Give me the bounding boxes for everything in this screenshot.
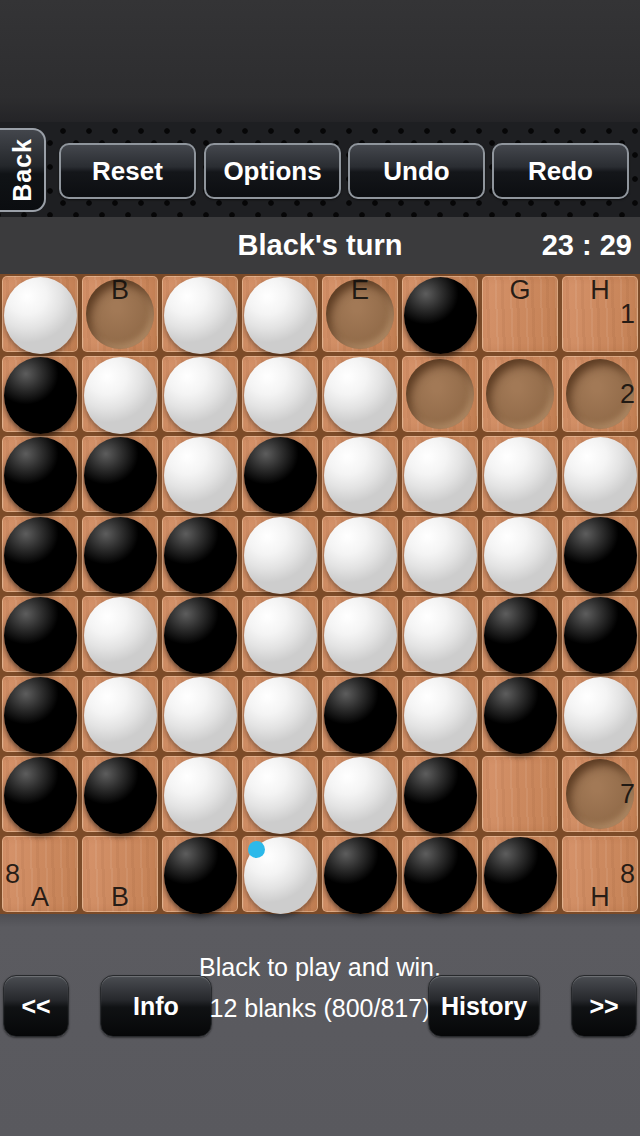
cell-H5[interactable]: 5: [562, 596, 638, 672]
black-disc: [404, 757, 477, 834]
cell-H2[interactable]: 2: [562, 356, 638, 432]
cell-H4[interactable]: 4: [562, 516, 638, 592]
cell-H6[interactable]: 6: [562, 676, 638, 752]
evaluation-text: Black to play and win.: [0, 953, 640, 982]
black-disc: [164, 517, 237, 594]
cell-F8[interactable]: F: [402, 836, 478, 912]
white-disc: [564, 677, 637, 754]
bottom-bar: << Info Black to play and win. 12 blanks…: [0, 914, 640, 1136]
cell-A6[interactable]: 6: [2, 676, 78, 752]
white-disc: [4, 277, 77, 354]
cell-C6[interactable]: [162, 676, 238, 752]
cell-G5[interactable]: [482, 596, 558, 672]
white-disc: [84, 677, 157, 754]
cell-E6[interactable]: [322, 676, 398, 752]
cell-C8[interactable]: C: [162, 836, 238, 912]
coord-label-bottom: B: [82, 884, 158, 911]
cell-D8[interactable]: D: [242, 836, 318, 912]
cell-D2[interactable]: [242, 356, 318, 432]
cell-E1[interactable]: E: [322, 276, 398, 352]
cell-A2[interactable]: 2: [2, 356, 78, 432]
black-disc: [164, 837, 237, 914]
black-disc: [84, 517, 157, 594]
cell-E4[interactable]: [322, 516, 398, 592]
options-button[interactable]: Options: [204, 143, 341, 199]
white-disc: [244, 517, 317, 594]
white-disc: [324, 437, 397, 514]
cell-C3[interactable]: [162, 436, 238, 512]
next-move-button[interactable]: >>: [571, 975, 637, 1037]
black-disc: [4, 597, 77, 674]
cell-B3[interactable]: [82, 436, 158, 512]
cell-F6[interactable]: [402, 676, 478, 752]
cell-A4[interactable]: 4: [2, 516, 78, 592]
undo-button[interactable]: Undo: [348, 143, 485, 199]
reset-button[interactable]: Reset: [59, 143, 196, 199]
cell-E3[interactable]: [322, 436, 398, 512]
legal-move-dimple: [486, 359, 554, 429]
back-button[interactable]: Back: [0, 128, 46, 212]
black-disc: [564, 597, 637, 674]
black-disc: [484, 677, 557, 754]
status-strip: Black's turn 23 : 29: [0, 217, 640, 274]
coord-label-right: 2: [620, 381, 635, 408]
black-disc: [4, 357, 77, 434]
cell-B5[interactable]: [82, 596, 158, 672]
black-disc: [84, 437, 157, 514]
cell-F7[interactable]: [402, 756, 478, 832]
white-disc: [324, 757, 397, 834]
white-disc: [84, 357, 157, 434]
black-disc: [324, 677, 397, 754]
legal-move-dimple: [406, 359, 474, 429]
black-disc: [4, 517, 77, 594]
coord-label-right: 1: [620, 301, 635, 328]
cell-G6[interactable]: [482, 676, 558, 752]
othello-app-screen: Back Reset Options Undo Redo Black's tur…: [0, 0, 640, 1136]
white-disc: [404, 437, 477, 514]
cell-A1[interactable]: A1: [2, 276, 78, 352]
cell-A5[interactable]: 5: [2, 596, 78, 672]
coord-label-right: 7: [620, 781, 635, 808]
white-disc: [164, 757, 237, 834]
white-disc: [164, 277, 237, 354]
cell-G7[interactable]: [482, 756, 558, 832]
cell-F5[interactable]: [402, 596, 478, 672]
white-disc: [564, 437, 637, 514]
toolbar: Back Reset Options Undo Redo: [0, 122, 640, 217]
black-disc: [164, 597, 237, 674]
cell-B1[interactable]: B: [82, 276, 158, 352]
cell-F3[interactable]: [402, 436, 478, 512]
white-disc: [244, 597, 317, 674]
score-display: 23 : 29: [542, 217, 632, 274]
black-disc: [404, 837, 477, 914]
coord-label-top: G: [482, 277, 558, 304]
back-button-label: Back: [8, 138, 37, 202]
white-disc: [84, 597, 157, 674]
white-disc: [164, 357, 237, 434]
cell-D6[interactable]: [242, 676, 318, 752]
cell-B8[interactable]: B: [82, 836, 158, 912]
top-spacer: [0, 0, 640, 122]
cell-H1[interactable]: H1: [562, 276, 638, 352]
cell-H7[interactable]: 7: [562, 756, 638, 832]
cell-E8[interactable]: E: [322, 836, 398, 912]
white-disc: [244, 757, 317, 834]
white-disc: [404, 597, 477, 674]
black-disc: [4, 437, 77, 514]
white-disc: [164, 677, 237, 754]
cell-D1[interactable]: D: [242, 276, 318, 352]
cell-A3[interactable]: 3: [2, 436, 78, 512]
cell-H3[interactable]: 3: [562, 436, 638, 512]
cell-D4[interactable]: [242, 516, 318, 592]
white-disc: [244, 357, 317, 434]
cell-B2[interactable]: [82, 356, 158, 432]
black-disc: [484, 597, 557, 674]
cell-E7[interactable]: [322, 756, 398, 832]
cell-C5[interactable]: [162, 596, 238, 672]
cell-B4[interactable]: [82, 516, 158, 592]
white-disc: [324, 517, 397, 594]
black-disc: [84, 757, 157, 834]
redo-button[interactable]: Redo: [492, 143, 629, 199]
cell-C7[interactable]: [162, 756, 238, 832]
cell-F1[interactable]: F: [402, 276, 478, 352]
cell-F4[interactable]: [402, 516, 478, 592]
black-disc: [324, 837, 397, 914]
cell-D5[interactable]: [242, 596, 318, 672]
cell-G2[interactable]: [482, 356, 558, 432]
cell-C1[interactable]: C: [162, 276, 238, 352]
cell-C4[interactable]: [162, 516, 238, 592]
white-disc: [324, 357, 397, 434]
cell-G4[interactable]: [482, 516, 558, 592]
black-disc: [244, 437, 317, 514]
coord-label-left: 8: [5, 861, 20, 888]
cell-D3[interactable]: [242, 436, 318, 512]
history-button[interactable]: History: [428, 975, 540, 1037]
cell-F2[interactable]: [402, 356, 478, 432]
cell-B7[interactable]: [82, 756, 158, 832]
black-disc: [484, 837, 557, 914]
coord-label-top: E: [322, 277, 398, 304]
blanks-count-text: 12 blanks (800/817): [0, 994, 640, 1023]
cell-H8[interactable]: H8: [562, 836, 638, 912]
black-disc: [404, 277, 477, 354]
white-disc: [484, 437, 557, 514]
white-disc: [324, 597, 397, 674]
cell-A7[interactable]: 7: [2, 756, 78, 832]
cell-E5[interactable]: [322, 596, 398, 672]
othello-board: A1BCDEFGH1223344556677A8BCDEFGH8: [0, 274, 640, 914]
cell-G8[interactable]: G: [482, 836, 558, 912]
cell-B6[interactable]: [82, 676, 158, 752]
coord-label-top: B: [82, 277, 158, 304]
cell-D7[interactable]: [242, 756, 318, 832]
cell-G3[interactable]: [482, 436, 558, 512]
cell-E2[interactable]: [322, 356, 398, 432]
cell-A8[interactable]: A8: [2, 836, 78, 912]
cell-G1[interactable]: G: [482, 276, 558, 352]
coord-label-right: 8: [620, 861, 635, 888]
white-disc: [244, 677, 317, 754]
cell-C2[interactable]: [162, 356, 238, 432]
white-disc: [404, 517, 477, 594]
black-disc: [564, 517, 637, 594]
black-disc: [4, 677, 77, 754]
white-disc: [484, 517, 557, 594]
white-disc: [404, 677, 477, 754]
white-disc: [244, 277, 317, 354]
black-disc: [4, 757, 77, 834]
last-move-marker: [248, 841, 265, 858]
white-disc: [164, 437, 237, 514]
